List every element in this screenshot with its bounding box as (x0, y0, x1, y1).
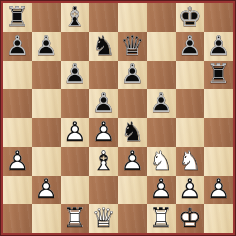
square-c8[interactable]: ♝♗ (61, 3, 90, 32)
square-b5[interactable] (32, 89, 61, 118)
square-g4[interactable] (176, 118, 205, 147)
square-d7[interactable]: ♞♘ (89, 32, 118, 61)
black-queen-glyph-outline: ♕ (118, 32, 147, 60)
black-rook-piece: ♜♖ (204, 61, 233, 90)
black-pawn-piece: ♟♙ (118, 61, 147, 90)
square-e1[interactable] (118, 204, 147, 233)
black-knight-glyph-outline: ♘ (118, 118, 147, 146)
white-queen-glyph-outline: ♕ (89, 204, 118, 232)
square-a3[interactable]: ♟♙ (3, 147, 32, 176)
square-f8[interactable] (147, 3, 176, 32)
square-d6[interactable] (89, 61, 118, 90)
square-h6[interactable]: ♜♖ (204, 61, 233, 90)
white-knight-glyph-outline: ♘ (176, 147, 205, 175)
white-king-glyph-outline: ♔ (176, 204, 205, 232)
black-pawn-piece: ♟♙ (147, 89, 176, 118)
square-h2[interactable]: ♟♙ (204, 176, 233, 205)
square-g2[interactable]: ♟♙ (176, 176, 205, 205)
square-a5[interactable] (3, 89, 32, 118)
white-pawn-piece: ♟♙ (61, 118, 90, 147)
black-king-piece: ♚♔ (176, 3, 205, 32)
square-e3[interactable]: ♟♙ (118, 147, 147, 176)
black-pawn-piece: ♟♙ (3, 32, 32, 61)
black-queen-piece: ♛♕ (118, 32, 147, 61)
white-pawn-piece: ♟♙ (147, 176, 176, 205)
square-f1[interactable]: ♜♖ (147, 204, 176, 233)
square-c5[interactable] (61, 89, 90, 118)
square-g7[interactable]: ♟♙ (176, 32, 205, 61)
square-a4[interactable] (3, 118, 32, 147)
white-knight-piece: ♞♘ (176, 147, 205, 176)
square-b3[interactable] (32, 147, 61, 176)
black-pawn-glyph-outline: ♙ (204, 32, 233, 60)
square-b4[interactable] (32, 118, 61, 147)
square-g5[interactable] (176, 89, 205, 118)
white-knight-piece: ♞♘ (147, 147, 176, 176)
square-d2[interactable] (89, 176, 118, 205)
square-c6[interactable]: ♟♙ (61, 61, 90, 90)
square-e5[interactable] (118, 89, 147, 118)
white-pawn-piece: ♟♙ (32, 176, 61, 205)
square-a7[interactable]: ♟♙ (3, 32, 32, 61)
white-king-piece: ♚♔ (176, 204, 205, 233)
white-pawn-glyph-outline: ♙ (3, 147, 32, 175)
square-c1[interactable]: ♜♖ (61, 204, 90, 233)
white-rook-glyph-outline: ♖ (147, 204, 176, 232)
square-b6[interactable] (32, 61, 61, 90)
square-f3[interactable]: ♞♘ (147, 147, 176, 176)
black-king-glyph-outline: ♔ (176, 3, 205, 31)
white-pawn-glyph-outline: ♙ (147, 176, 176, 204)
white-pawn-glyph-outline: ♙ (61, 118, 90, 146)
black-bishop-piece: ♝♗ (61, 3, 90, 32)
square-g8[interactable]: ♚♔ (176, 3, 205, 32)
square-a2[interactable] (3, 176, 32, 205)
black-pawn-glyph-outline: ♙ (89, 89, 118, 117)
square-f7[interactable] (147, 32, 176, 61)
black-rook-glyph-outline: ♖ (204, 61, 233, 89)
black-knight-piece: ♞♘ (89, 32, 118, 61)
square-g6[interactable] (176, 61, 205, 90)
black-pawn-piece: ♟♙ (89, 89, 118, 118)
white-pawn-glyph-outline: ♙ (176, 176, 205, 204)
black-pawn-glyph-outline: ♙ (147, 89, 176, 117)
white-knight-glyph-outline: ♘ (147, 147, 176, 175)
square-b7[interactable]: ♟♙ (32, 32, 61, 61)
black-pawn-glyph-outline: ♙ (32, 32, 61, 60)
black-pawn-piece: ♟♙ (32, 32, 61, 61)
square-e8[interactable] (118, 3, 147, 32)
white-rook-piece: ♜♖ (61, 204, 90, 233)
square-c3[interactable] (61, 147, 90, 176)
square-f6[interactable] (147, 61, 176, 90)
square-h8[interactable] (204, 3, 233, 32)
white-rook-glyph-outline: ♖ (61, 204, 90, 232)
white-pawn-piece: ♟♙ (204, 176, 233, 205)
square-b8[interactable] (32, 3, 61, 32)
square-h4[interactable] (204, 118, 233, 147)
square-d1[interactable]: ♛♕ (89, 204, 118, 233)
white-queen-piece: ♛♕ (89, 204, 118, 233)
square-g1[interactable]: ♚♔ (176, 204, 205, 233)
black-pawn-glyph-outline: ♙ (176, 32, 205, 60)
square-e2[interactable] (118, 176, 147, 205)
black-pawn-glyph-outline: ♙ (3, 32, 32, 60)
black-pawn-glyph-outline: ♙ (118, 61, 147, 89)
chess-board: ♜♖♝♗♚♔♟♙♟♙♞♘♛♕♟♙♟♙♟♙♟♙♜♖♟♙♟♙♟♙♟♙♞♘♟♙♝♗♟♙… (3, 3, 233, 233)
black-bishop-glyph-outline: ♗ (61, 3, 90, 31)
black-pawn-piece: ♟♙ (176, 32, 205, 61)
square-c2[interactable] (61, 176, 90, 205)
white-pawn-piece: ♟♙ (89, 118, 118, 147)
square-h5[interactable] (204, 89, 233, 118)
square-c7[interactable] (61, 32, 90, 61)
black-rook-piece: ♜♖ (3, 3, 32, 32)
square-a6[interactable] (3, 61, 32, 90)
square-d4[interactable]: ♟♙ (89, 118, 118, 147)
square-a1[interactable] (3, 204, 32, 233)
black-pawn-piece: ♟♙ (204, 32, 233, 61)
square-e7[interactable]: ♛♕ (118, 32, 147, 61)
square-g3[interactable]: ♞♘ (176, 147, 205, 176)
black-knight-piece: ♞♘ (118, 118, 147, 147)
black-pawn-piece: ♟♙ (61, 61, 90, 90)
white-rook-piece: ♜♖ (147, 204, 176, 233)
square-f5[interactable]: ♟♙ (147, 89, 176, 118)
square-e4[interactable]: ♞♘ (118, 118, 147, 147)
white-bishop-piece: ♝♗ (89, 147, 118, 176)
square-h7[interactable]: ♟♙ (204, 32, 233, 61)
square-f4[interactable] (147, 118, 176, 147)
square-a8[interactable]: ♜♖ (3, 3, 32, 32)
square-e6[interactable]: ♟♙ (118, 61, 147, 90)
black-knight-glyph-outline: ♘ (89, 32, 118, 60)
square-h3[interactable] (204, 147, 233, 176)
white-pawn-glyph-outline: ♙ (118, 147, 147, 175)
white-pawn-piece: ♟♙ (3, 147, 32, 176)
white-pawn-piece: ♟♙ (176, 176, 205, 205)
white-pawn-glyph-outline: ♙ (89, 118, 118, 146)
square-f2[interactable]: ♟♙ (147, 176, 176, 205)
white-pawn-piece: ♟♙ (118, 147, 147, 176)
square-b2[interactable]: ♟♙ (32, 176, 61, 205)
square-c4[interactable]: ♟♙ (61, 118, 90, 147)
white-pawn-glyph-outline: ♙ (204, 176, 233, 204)
black-rook-glyph-outline: ♖ (3, 3, 32, 31)
white-bishop-glyph-outline: ♗ (89, 147, 118, 175)
white-pawn-glyph-outline: ♙ (32, 176, 61, 204)
square-b1[interactable] (32, 204, 61, 233)
square-d5[interactable]: ♟♙ (89, 89, 118, 118)
black-pawn-glyph-outline: ♙ (61, 61, 90, 89)
square-h1[interactable] (204, 204, 233, 233)
square-d3[interactable]: ♝♗ (89, 147, 118, 176)
board-frame: ♜♖♝♗♚♔♟♙♟♙♞♘♛♕♟♙♟♙♟♙♟♙♜♖♟♙♟♙♟♙♟♙♞♘♟♙♝♗♟♙… (0, 0, 236, 236)
square-d8[interactable] (89, 3, 118, 32)
